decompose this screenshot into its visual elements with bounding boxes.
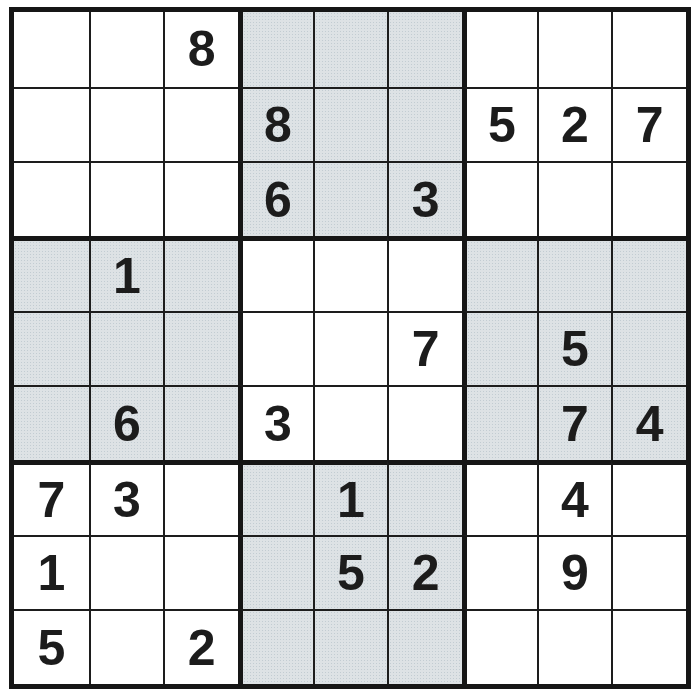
- cell-r5c4[interactable]: [238, 311, 313, 386]
- cell-r1c2[interactable]: [89, 12, 164, 87]
- cell-r4c6[interactable]: [387, 236, 462, 311]
- given-digit: 8: [188, 24, 216, 74]
- cell-r1c7[interactable]: [462, 12, 537, 87]
- given-digit: 4: [561, 475, 589, 525]
- cell-r5c7[interactable]: [462, 311, 537, 386]
- cell-r7c4[interactable]: [238, 460, 313, 535]
- given-digit: 3: [264, 399, 292, 449]
- cell-r7c2[interactable]: 3: [89, 460, 164, 535]
- cell-r3c7[interactable]: [462, 161, 537, 236]
- cell-r9c1[interactable]: 5: [14, 609, 89, 684]
- given-digit: 6: [113, 399, 141, 449]
- given-digit: 7: [561, 399, 589, 449]
- cell-r3c2[interactable]: [89, 161, 164, 236]
- cell-r3c9[interactable]: [611, 161, 686, 236]
- cell-r2c5[interactable]: [313, 87, 388, 162]
- cell-r8c7[interactable]: [462, 535, 537, 610]
- cell-r9c2[interactable]: [89, 609, 164, 684]
- given-digit: 4: [636, 399, 664, 449]
- cell-r4c1[interactable]: [14, 236, 89, 311]
- given-digit: 2: [412, 548, 440, 598]
- cell-r1c6[interactable]: [387, 12, 462, 87]
- cell-r9c3[interactable]: 2: [163, 609, 238, 684]
- given-digit: 1: [337, 475, 365, 525]
- cell-r1c3[interactable]: 8: [163, 12, 238, 87]
- cell-r8c6[interactable]: 2: [387, 535, 462, 610]
- page: 885276317563747314152952: [0, 0, 700, 700]
- cell-r9c4[interactable]: [238, 609, 313, 684]
- cell-r9c8[interactable]: [537, 609, 612, 684]
- given-digit: 1: [113, 251, 141, 301]
- cell-r4c5[interactable]: [313, 236, 388, 311]
- sudoku-board: 885276317563747314152952: [9, 7, 691, 689]
- cell-r8c2[interactable]: [89, 535, 164, 610]
- cell-r6c3[interactable]: [163, 385, 238, 460]
- given-digit: 5: [561, 324, 589, 374]
- cell-r5c5[interactable]: [313, 311, 388, 386]
- cell-r3c4[interactable]: 6: [238, 161, 313, 236]
- cell-r5c1[interactable]: [14, 311, 89, 386]
- cell-r8c3[interactable]: [163, 535, 238, 610]
- cell-r2c9[interactable]: 7: [611, 87, 686, 162]
- cell-r6c9[interactable]: 4: [611, 385, 686, 460]
- cell-r4c3[interactable]: [163, 236, 238, 311]
- cell-r4c7[interactable]: [462, 236, 537, 311]
- given-digit: 3: [113, 475, 141, 525]
- cell-r2c7[interactable]: 5: [462, 87, 537, 162]
- given-digit: 5: [488, 100, 516, 150]
- cell-r7c1[interactable]: 7: [14, 460, 89, 535]
- cell-r8c9[interactable]: [611, 535, 686, 610]
- cell-r1c5[interactable]: [313, 12, 388, 87]
- cell-r5c3[interactable]: [163, 311, 238, 386]
- cell-r3c3[interactable]: [163, 161, 238, 236]
- cell-r7c3[interactable]: [163, 460, 238, 535]
- cell-r3c6[interactable]: 3: [387, 161, 462, 236]
- cell-r1c1[interactable]: [14, 12, 89, 87]
- given-digit: 8: [264, 100, 292, 150]
- cell-r6c8[interactable]: 7: [537, 385, 612, 460]
- cell-r1c9[interactable]: [611, 12, 686, 87]
- given-digit: 9: [561, 548, 589, 598]
- cell-r9c6[interactable]: [387, 609, 462, 684]
- cell-r4c2[interactable]: 1: [89, 236, 164, 311]
- cell-r8c4[interactable]: [238, 535, 313, 610]
- cell-r7c9[interactable]: [611, 460, 686, 535]
- given-digit: 5: [37, 623, 65, 673]
- cell-r6c5[interactable]: [313, 385, 388, 460]
- cell-r4c8[interactable]: [537, 236, 612, 311]
- given-digit: 2: [188, 623, 216, 673]
- cell-r4c9[interactable]: [611, 236, 686, 311]
- cell-r6c2[interactable]: 6: [89, 385, 164, 460]
- cell-r9c9[interactable]: [611, 609, 686, 684]
- cell-r5c9[interactable]: [611, 311, 686, 386]
- cell-r3c5[interactable]: [313, 161, 388, 236]
- given-digit: 7: [636, 100, 664, 150]
- cell-r2c6[interactable]: [387, 87, 462, 162]
- given-digit: 5: [337, 548, 365, 598]
- cell-r2c4[interactable]: 8: [238, 87, 313, 162]
- cell-r6c4[interactable]: 3: [238, 385, 313, 460]
- cell-r9c7[interactable]: [462, 609, 537, 684]
- cell-r9c5[interactable]: [313, 609, 388, 684]
- cell-r2c8[interactable]: 2: [537, 87, 612, 162]
- cell-r4c4[interactable]: [238, 236, 313, 311]
- cell-r8c5[interactable]: 5: [313, 535, 388, 610]
- cell-r6c7[interactable]: [462, 385, 537, 460]
- cell-r1c4[interactable]: [238, 12, 313, 87]
- given-digit: 2: [561, 100, 589, 150]
- given-digit: 7: [412, 324, 440, 374]
- cell-r7c7[interactable]: [462, 460, 537, 535]
- cell-r1c8[interactable]: [537, 12, 612, 87]
- cell-r3c1[interactable]: [14, 161, 89, 236]
- cell-r2c2[interactable]: [89, 87, 164, 162]
- given-digit: 3: [412, 175, 440, 225]
- cell-r2c3[interactable]: [163, 87, 238, 162]
- cell-r3c8[interactable]: [537, 161, 612, 236]
- given-digit: 1: [37, 548, 65, 598]
- cell-r8c8[interactable]: 9: [537, 535, 612, 610]
- given-digit: 6: [264, 175, 292, 225]
- cell-r2c1[interactable]: [14, 87, 89, 162]
- cell-r5c2[interactable]: [89, 311, 164, 386]
- cell-r6c6[interactable]: [387, 385, 462, 460]
- cell-r8c1[interactable]: 1: [14, 535, 89, 610]
- cell-r5c8[interactable]: 5: [537, 311, 612, 386]
- cell-r6c1[interactable]: [14, 385, 89, 460]
- cell-r7c5[interactable]: 1: [313, 460, 388, 535]
- given-digit: 7: [37, 475, 65, 525]
- cell-r7c6[interactable]: [387, 460, 462, 535]
- cell-r5c6[interactable]: 7: [387, 311, 462, 386]
- cell-r7c8[interactable]: 4: [537, 460, 612, 535]
